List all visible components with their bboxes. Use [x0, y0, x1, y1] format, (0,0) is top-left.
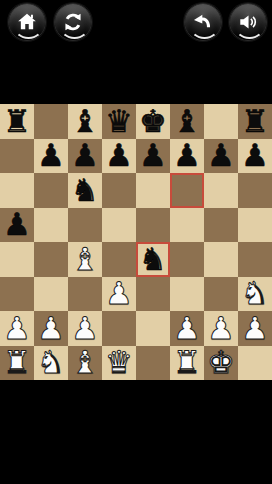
square-d3[interactable]: ♟ [102, 277, 136, 312]
piece-white-rook: ♜ [3, 347, 31, 378]
square-g6[interactable] [204, 173, 238, 208]
piece-white-pawn: ♟ [207, 313, 235, 344]
piece-black-pawn: ♟ [139, 140, 167, 171]
square-h4[interactable] [238, 242, 272, 277]
piece-black-bishop: ♝ [71, 106, 99, 137]
piece-black-rook: ♜ [241, 106, 269, 137]
square-e1[interactable] [136, 346, 170, 381]
square-f4[interactable] [170, 242, 204, 277]
square-b5[interactable] [34, 208, 68, 243]
square-c2[interactable]: ♟ [68, 311, 102, 346]
square-e6[interactable] [136, 173, 170, 208]
toolbar [0, 0, 272, 44]
square-h8[interactable]: ♜ [238, 104, 272, 139]
piece-black-pawn: ♟ [241, 140, 269, 171]
piece-black-pawn: ♟ [71, 140, 99, 171]
square-b8[interactable] [34, 104, 68, 139]
piece-white-pawn: ♟ [241, 313, 269, 344]
square-c1[interactable]: ♝ [68, 346, 102, 381]
refresh-icon [62, 11, 84, 33]
undo-arrow-icon [192, 11, 214, 33]
square-d5[interactable] [102, 208, 136, 243]
square-h5[interactable] [238, 208, 272, 243]
square-a2[interactable]: ♟ [0, 311, 34, 346]
speaker-icon [237, 11, 259, 33]
square-d7[interactable]: ♟ [102, 139, 136, 174]
piece-black-pawn: ♟ [37, 140, 65, 171]
piece-white-queen: ♛ [105, 347, 133, 378]
square-b4[interactable] [34, 242, 68, 277]
square-d4[interactable] [102, 242, 136, 277]
square-c3[interactable] [68, 277, 102, 312]
square-a6[interactable] [0, 173, 34, 208]
square-g3[interactable] [204, 277, 238, 312]
piece-black-pawn: ♟ [105, 140, 133, 171]
piece-black-queen: ♛ [105, 106, 133, 137]
app-screen: ♜♝♛♚♝♜♟♟♟♟♟♟♟♞♟♝♞♟♞♟♟♟♟♟♟♜♞♝♛♜♚ [0, 0, 272, 484]
square-a1[interactable]: ♜ [0, 346, 34, 381]
square-h6[interactable] [238, 173, 272, 208]
square-g7[interactable]: ♟ [204, 139, 238, 174]
square-a4[interactable] [0, 242, 34, 277]
piece-white-bishop: ♝ [71, 244, 99, 275]
square-c7[interactable]: ♟ [68, 139, 102, 174]
square-a8[interactable]: ♜ [0, 104, 34, 139]
home-icon [16, 11, 38, 33]
restart-button[interactable] [54, 3, 92, 41]
piece-black-pawn: ♟ [173, 140, 201, 171]
square-g8[interactable] [204, 104, 238, 139]
piece-white-king: ♚ [207, 347, 235, 378]
square-h7[interactable]: ♟ [238, 139, 272, 174]
square-e3[interactable] [136, 277, 170, 312]
piece-white-rook: ♜ [173, 347, 201, 378]
piece-black-rook: ♜ [3, 106, 31, 137]
square-a7[interactable] [0, 139, 34, 174]
square-d6[interactable] [102, 173, 136, 208]
square-e7[interactable]: ♟ [136, 139, 170, 174]
piece-black-king: ♚ [139, 106, 167, 137]
square-a3[interactable] [0, 277, 34, 312]
square-f1[interactable]: ♜ [170, 346, 204, 381]
square-f2[interactable]: ♟ [170, 311, 204, 346]
sound-button[interactable] [229, 3, 267, 41]
square-c6[interactable]: ♞ [68, 173, 102, 208]
square-g5[interactable] [204, 208, 238, 243]
piece-white-pawn: ♟ [37, 313, 65, 344]
square-e4[interactable]: ♞ [136, 242, 170, 277]
square-c5[interactable] [68, 208, 102, 243]
square-d8[interactable]: ♛ [102, 104, 136, 139]
square-f3[interactable] [170, 277, 204, 312]
chess-board: ♜♝♛♚♝♜♟♟♟♟♟♟♟♞♟♝♞♟♞♟♟♟♟♟♟♜♞♝♛♜♚ [0, 104, 272, 380]
square-f7[interactable]: ♟ [170, 139, 204, 174]
piece-black-knight: ♞ [71, 175, 99, 206]
undo-button[interactable] [184, 3, 222, 41]
square-e5[interactable] [136, 208, 170, 243]
square-e8[interactable]: ♚ [136, 104, 170, 139]
square-c4[interactable]: ♝ [68, 242, 102, 277]
piece-white-knight: ♞ [37, 347, 65, 378]
piece-white-pawn: ♟ [3, 313, 31, 344]
square-g1[interactable]: ♚ [204, 346, 238, 381]
piece-white-pawn: ♟ [71, 313, 99, 344]
square-h3[interactable]: ♞ [238, 277, 272, 312]
piece-black-pawn: ♟ [3, 209, 31, 240]
square-d2[interactable] [102, 311, 136, 346]
square-f8[interactable]: ♝ [170, 104, 204, 139]
square-a5[interactable]: ♟ [0, 208, 34, 243]
piece-white-bishop: ♝ [71, 347, 99, 378]
home-button[interactable] [8, 3, 46, 41]
piece-white-knight: ♞ [241, 278, 269, 309]
square-b6[interactable] [34, 173, 68, 208]
square-g2[interactable]: ♟ [204, 311, 238, 346]
piece-white-pawn: ♟ [105, 278, 133, 309]
square-b2[interactable]: ♟ [34, 311, 68, 346]
square-e2[interactable] [136, 311, 170, 346]
square-h1[interactable] [238, 346, 272, 381]
square-h2[interactable]: ♟ [238, 311, 272, 346]
square-d1[interactable]: ♛ [102, 346, 136, 381]
square-b1[interactable]: ♞ [34, 346, 68, 381]
piece-black-pawn: ♟ [207, 140, 235, 171]
square-f6[interactable] [170, 173, 204, 208]
square-b7[interactable]: ♟ [34, 139, 68, 174]
square-g4[interactable] [204, 242, 238, 277]
square-b3[interactable] [34, 277, 68, 312]
piece-black-knight: ♞ [139, 244, 167, 275]
square-f5[interactable] [170, 208, 204, 243]
piece-black-bishop: ♝ [173, 106, 201, 137]
piece-white-pawn: ♟ [173, 313, 201, 344]
square-c8[interactable]: ♝ [68, 104, 102, 139]
